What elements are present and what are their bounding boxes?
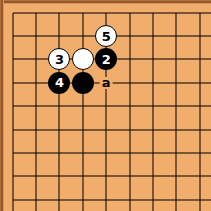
intersection-r2-c5: 5 bbox=[95, 24, 118, 47]
intersection-r2-c9 bbox=[188, 24, 211, 47]
intersection-r9-c3 bbox=[48, 188, 71, 211]
intersection-r4-c4 bbox=[71, 71, 94, 94]
intersection-r7-c4 bbox=[71, 141, 94, 164]
intersection-r2-c3 bbox=[48, 24, 71, 47]
intersection-r8-c1 bbox=[1, 165, 24, 188]
intersection-r2-c7 bbox=[141, 24, 164, 47]
intersection-r2-c6 bbox=[118, 24, 141, 47]
intersection-r3-c9 bbox=[188, 48, 211, 71]
intersection-r2-c4 bbox=[71, 24, 94, 47]
intersection-r1-c3 bbox=[48, 1, 71, 24]
intersection-r9-c9 bbox=[188, 188, 211, 211]
intersection-r5-c9 bbox=[188, 95, 211, 118]
intersection-r8-c5 bbox=[95, 165, 118, 188]
black-stone-4: 4 bbox=[48, 72, 70, 94]
intersection-r6-c7 bbox=[141, 118, 164, 141]
intersection-r5-c7 bbox=[141, 95, 164, 118]
intersection-r8-c7 bbox=[141, 165, 164, 188]
intersection-r4-c9 bbox=[188, 71, 211, 94]
intersection-r7-c3 bbox=[48, 141, 71, 164]
intersection-r1-c6 bbox=[118, 1, 141, 24]
intersection-r5-c8 bbox=[165, 95, 188, 118]
intersection-r4-c3: 4 bbox=[48, 71, 71, 94]
move-number: 2 bbox=[102, 53, 111, 66]
intersection-r5-c3 bbox=[48, 95, 71, 118]
intersection-r6-c6 bbox=[118, 118, 141, 141]
intersection-r1-c9 bbox=[188, 1, 211, 24]
go-corner-diagram: 5324a bbox=[0, 0, 211, 211]
intersection-r9-c8 bbox=[165, 188, 188, 211]
intersection-r2-c1 bbox=[1, 24, 24, 47]
intersection-r7-c2 bbox=[24, 141, 47, 164]
move-number: 4 bbox=[55, 76, 64, 89]
black-stone-2: 2 bbox=[95, 48, 117, 70]
intersection-r1-c4 bbox=[71, 1, 94, 24]
intersection-r1-c2 bbox=[24, 1, 47, 24]
point-label-a: a bbox=[100, 77, 113, 89]
intersection-r3-c8 bbox=[165, 48, 188, 71]
black-stone bbox=[72, 72, 94, 94]
intersection-r5-c6 bbox=[118, 95, 141, 118]
move-number: 5 bbox=[102, 30, 111, 43]
intersection-r5-c1 bbox=[1, 95, 24, 118]
intersection-r3-c1 bbox=[1, 48, 24, 71]
intersection-r6-c2 bbox=[24, 118, 47, 141]
intersection-r8-c6 bbox=[118, 165, 141, 188]
intersection-r7-c9 bbox=[188, 141, 211, 164]
intersection-r1-c1 bbox=[1, 1, 24, 24]
intersection-r4-c5: a bbox=[95, 71, 118, 94]
board-edge-left bbox=[0, 0, 4, 211]
move-number: 3 bbox=[55, 53, 64, 66]
white-stone-5: 5 bbox=[95, 25, 117, 47]
intersection-r8-c4 bbox=[71, 165, 94, 188]
intersection-r4-c6 bbox=[118, 71, 141, 94]
intersection-r9-c7 bbox=[141, 188, 164, 211]
intersection-r6-c4 bbox=[71, 118, 94, 141]
intersection-r8-c8 bbox=[165, 165, 188, 188]
intersection-r6-c5 bbox=[95, 118, 118, 141]
intersection-r3-c5: 2 bbox=[95, 48, 118, 71]
board-edge-top bbox=[0, 0, 211, 4]
intersection-r8-c3 bbox=[48, 165, 71, 188]
go-board-grid: 5324a bbox=[1, 1, 211, 211]
intersection-r3-c6 bbox=[118, 48, 141, 71]
intersection-r6-c9 bbox=[188, 118, 211, 141]
intersection-r7-c7 bbox=[141, 141, 164, 164]
intersection-r1-c8 bbox=[165, 1, 188, 24]
intersection-r2-c8 bbox=[165, 24, 188, 47]
intersection-r3-c7 bbox=[141, 48, 164, 71]
intersection-r6-c8 bbox=[165, 118, 188, 141]
intersection-r9-c2 bbox=[24, 188, 47, 211]
intersection-r8-c2 bbox=[24, 165, 47, 188]
intersection-r3-c4 bbox=[71, 48, 94, 71]
intersection-r7-c1 bbox=[1, 141, 24, 164]
intersection-r4-c1 bbox=[1, 71, 24, 94]
intersection-r5-c5 bbox=[95, 95, 118, 118]
intersection-r9-c1 bbox=[1, 188, 24, 211]
intersection-r7-c8 bbox=[165, 141, 188, 164]
intersection-r6-c1 bbox=[1, 118, 24, 141]
intersection-r9-c6 bbox=[118, 188, 141, 211]
intersection-r3-c3: 3 bbox=[48, 48, 71, 71]
white-stone bbox=[72, 48, 94, 70]
intersection-r8-c9 bbox=[188, 165, 211, 188]
white-stone-3: 3 bbox=[48, 48, 70, 70]
intersection-r9-c5 bbox=[95, 188, 118, 211]
intersection-r6-c3 bbox=[48, 118, 71, 141]
intersection-r1-c5 bbox=[95, 1, 118, 24]
intersection-r3-c2 bbox=[24, 48, 47, 71]
intersection-r5-c4 bbox=[71, 95, 94, 118]
intersection-r4-c7 bbox=[141, 71, 164, 94]
intersection-r7-c6 bbox=[118, 141, 141, 164]
intersection-r4-c2 bbox=[24, 71, 47, 94]
intersection-r5-c2 bbox=[24, 95, 47, 118]
intersection-r7-c5 bbox=[95, 141, 118, 164]
intersection-r1-c7 bbox=[141, 1, 164, 24]
intersection-r9-c4 bbox=[71, 188, 94, 211]
intersection-r2-c2 bbox=[24, 24, 47, 47]
intersection-r4-c8 bbox=[165, 71, 188, 94]
